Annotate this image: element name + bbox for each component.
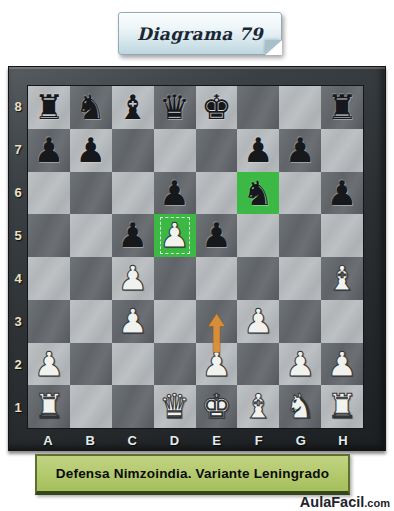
page-title: Diagrama 79 (137, 24, 263, 44)
piece-black-pawn: ♟ (279, 129, 321, 172)
site-watermark: AulaFacil .com (300, 494, 390, 510)
piece-black-bishop: ♝ (112, 86, 154, 129)
piece-black-pawn: ♟ (70, 129, 112, 172)
piece-white-pawn: ♟ (112, 300, 154, 343)
square-a7[interactable]: ♟ (28, 129, 70, 172)
caption-text: Defensa Nimzoindia. Variante Leningrado (56, 466, 329, 481)
square-c7[interactable] (112, 129, 154, 172)
square-e1[interactable]: ♚ (196, 385, 238, 428)
square-h6[interactable]: ♟ (321, 172, 363, 215)
square-a3[interactable] (28, 300, 70, 343)
piece-black-rook: ♜ (28, 86, 70, 129)
square-a8[interactable]: ♜ (28, 86, 70, 129)
square-a1[interactable]: ♜ (28, 385, 70, 428)
file-label-a: A (27, 429, 69, 451)
piece-black-pawn: ♟ (196, 214, 238, 257)
brand-name: AulaFacil (300, 494, 364, 510)
square-f6[interactable]: ♞ (237, 172, 279, 215)
brand-tld: .com (364, 497, 390, 509)
square-d6[interactable]: ♟ (154, 172, 196, 215)
rank-label-7: 7 (9, 128, 27, 171)
square-g1[interactable]: ♞ (279, 385, 321, 428)
square-e3[interactable] (196, 300, 238, 343)
piece-black-pawn: ♟ (112, 214, 154, 257)
square-d3[interactable] (154, 300, 196, 343)
rank-label-2: 2 (9, 343, 27, 386)
piece-white-knight: ♞ (279, 385, 321, 428)
rank-label-4: 4 (9, 257, 27, 300)
piece-white-rook: ♜ (321, 385, 363, 428)
piece-white-pawn: ♟ (28, 343, 70, 386)
piece-white-pawn: ♟ (321, 343, 363, 386)
square-h5[interactable] (321, 214, 363, 257)
piece-white-bishop: ♝ (321, 257, 363, 300)
plaque-fold-corner-icon (265, 40, 282, 55)
square-a6[interactable] (28, 172, 70, 215)
file-label-c: C (111, 429, 153, 451)
file-label-d: D (153, 429, 195, 451)
file-label-h: H (322, 429, 364, 451)
piece-white-rook: ♜ (28, 385, 70, 428)
rank-label-8: 8 (9, 85, 27, 128)
square-g6[interactable] (279, 172, 321, 215)
square-b7[interactable]: ♟ (70, 129, 112, 172)
piece-black-knight: ♞ (70, 86, 112, 129)
file-label-g: G (280, 429, 322, 451)
square-b1[interactable] (70, 385, 112, 428)
square-c3[interactable]: ♟ (112, 300, 154, 343)
square-a4[interactable] (28, 257, 70, 300)
square-h1[interactable]: ♜ (321, 385, 363, 428)
piece-white-queen: ♛ (154, 385, 196, 428)
square-g4[interactable] (279, 257, 321, 300)
piece-white-pawn: ♟ (112, 257, 154, 300)
piece-black-pawn: ♟ (28, 129, 70, 172)
square-e4[interactable] (196, 257, 238, 300)
square-f3[interactable]: ♟ (237, 300, 279, 343)
square-f7[interactable]: ♟ (237, 129, 279, 172)
square-f1[interactable]: ♝ (237, 385, 279, 428)
rank-label-3: 3 (9, 300, 27, 343)
piece-black-king: ♚ (196, 86, 238, 129)
square-h8[interactable]: ♜ (321, 86, 363, 129)
square-e5[interactable]: ♟ (196, 214, 238, 257)
square-d5[interactable]: ♟ (154, 214, 196, 257)
square-a5[interactable] (28, 214, 70, 257)
square-d2[interactable] (154, 343, 196, 386)
piece-black-pawn: ♟ (321, 172, 363, 215)
square-e8[interactable]: ♚ (196, 86, 238, 129)
square-d7[interactable] (154, 129, 196, 172)
file-label-e: E (196, 429, 238, 451)
square-c4[interactable]: ♟ (112, 257, 154, 300)
square-h3[interactable] (321, 300, 363, 343)
piece-white-pawn: ♟ (196, 343, 238, 386)
square-b3[interactable] (70, 300, 112, 343)
square-g2[interactable]: ♟ (279, 343, 321, 386)
caption-banner: Defensa Nimzoindia. Variante Leningrado (35, 454, 350, 495)
file-label-f: F (238, 429, 280, 451)
square-c2[interactable] (112, 343, 154, 386)
square-d1[interactable]: ♛ (154, 385, 196, 428)
square-b5[interactable] (70, 214, 112, 257)
square-g8[interactable] (279, 86, 321, 129)
square-h2[interactable]: ♟ (321, 343, 363, 386)
square-c5[interactable]: ♟ (112, 214, 154, 257)
board-grid: ♜♞♝♛♚♜♟♟♟♟♟♞♟♟♟♟♟♝♟♟♟♟♟♟♜♛♚♝♞♜ (27, 85, 364, 429)
piece-white-king: ♚ (196, 385, 238, 428)
square-b8[interactable]: ♞ (70, 86, 112, 129)
square-h4[interactable]: ♝ (321, 257, 363, 300)
square-h7[interactable] (321, 129, 363, 172)
square-e2[interactable]: ♟ (196, 343, 238, 386)
chess-board: 87654321 ♜♞♝♛♚♜♟♟♟♟♟♞♟♟♟♟♟♝♟♟♟♟♟♟♜♛♚♝♞♜ … (8, 66, 386, 451)
piece-black-rook: ♜ (321, 86, 363, 129)
piece-black-knight: ♞ (237, 172, 279, 215)
square-b4[interactable] (70, 257, 112, 300)
square-f4[interactable] (237, 257, 279, 300)
square-g5[interactable] (279, 214, 321, 257)
page: Diagrama 79 87654321 ♜♞♝♛♚♜♟♟♟♟♟♞♟♟♟♟♟♝♟… (0, 0, 394, 511)
selected-piece-outline (160, 217, 190, 254)
square-b6[interactable] (70, 172, 112, 215)
square-f2[interactable] (237, 343, 279, 386)
square-c1[interactable] (112, 385, 154, 428)
piece-black-pawn: ♟ (237, 129, 279, 172)
piece-white-pawn: ♟ (237, 300, 279, 343)
square-d4[interactable] (154, 257, 196, 300)
piece-white-bishop: ♝ (237, 385, 279, 428)
square-g3[interactable] (279, 300, 321, 343)
square-f5[interactable] (237, 214, 279, 257)
square-d8[interactable]: ♛ (154, 86, 196, 129)
rank-label-1: 1 (9, 386, 27, 429)
square-e6[interactable] (196, 172, 238, 215)
square-a2[interactable]: ♟ (28, 343, 70, 386)
square-c8[interactable]: ♝ (112, 86, 154, 129)
piece-black-pawn: ♟ (154, 172, 196, 215)
file-labels: ABCDEFGH (27, 429, 364, 451)
square-e7[interactable] (196, 129, 238, 172)
piece-white-pawn: ♟ (154, 214, 196, 257)
piece-white-pawn: ♟ (279, 343, 321, 386)
rank-label-5: 5 (9, 214, 27, 257)
square-g7[interactable]: ♟ (279, 129, 321, 172)
rank-label-6: 6 (9, 171, 27, 214)
file-label-b: B (69, 429, 111, 451)
square-b2[interactable] (70, 343, 112, 386)
piece-black-queen: ♛ (154, 86, 196, 129)
square-f8[interactable] (237, 86, 279, 129)
square-c6[interactable] (112, 172, 154, 215)
title-plaque: Diagrama 79 (118, 12, 282, 55)
rank-labels: 87654321 (9, 85, 27, 429)
